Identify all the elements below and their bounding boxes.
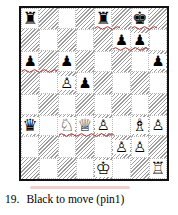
square-d3: ♕	[76, 115, 94, 136]
square-d8	[76, 8, 94, 29]
square-f5	[112, 72, 130, 93]
square-g5	[131, 72, 149, 93]
square-h1: ♖	[149, 158, 167, 179]
chess-board: ♜♜♚♟♟♟♟♟♙♟♛♘♕♙♗♙♙♙♔♖	[21, 8, 167, 179]
square-b5	[39, 72, 57, 93]
square-a1	[21, 158, 39, 179]
square-a4	[21, 94, 39, 115]
square-b8	[39, 8, 57, 29]
square-f3	[112, 115, 130, 136]
piece-black-pawn: ♟	[58, 54, 75, 69]
square-h8	[149, 8, 167, 29]
square-a5	[21, 72, 39, 93]
piece-white-pawn: ♙	[149, 118, 166, 133]
piece-black-rook: ♜	[22, 10, 39, 27]
square-b3	[39, 115, 57, 136]
square-h2	[149, 136, 167, 157]
square-d1	[76, 158, 94, 179]
square-c7	[58, 29, 76, 50]
piece-white-queen: ♕	[76, 117, 93, 134]
square-d4	[76, 94, 94, 115]
piece-white-pawn: ♙	[131, 140, 148, 155]
square-g3: ♗	[131, 115, 149, 136]
caption-text: Black to move (pin1)	[26, 193, 124, 205]
piece-white-bishop: ♗	[131, 117, 148, 134]
square-b4	[39, 94, 57, 115]
square-g8: ♚	[131, 8, 149, 29]
square-c8	[58, 8, 76, 29]
square-e3: ♙	[94, 115, 112, 136]
piece-white-pawn: ♙	[95, 118, 112, 133]
square-e6	[94, 51, 112, 72]
square-c6: ♟	[58, 51, 76, 72]
square-c4	[58, 94, 76, 115]
piece-white-rook: ♖	[149, 160, 166, 177]
square-f8	[112, 8, 130, 29]
square-f6	[112, 51, 130, 72]
square-b6	[39, 51, 57, 72]
square-e8: ♜	[94, 8, 112, 29]
square-c5: ♙	[58, 72, 76, 93]
piece-black-pawn: ♟	[76, 76, 93, 91]
square-e7	[94, 29, 112, 50]
scan-artifact-line	[30, 186, 130, 189]
caption-number: 19.	[5, 193, 19, 205]
square-h4	[149, 94, 167, 115]
square-e1: ♔	[94, 158, 112, 179]
square-h6: ♟	[149, 51, 167, 72]
square-g2: ♙	[131, 136, 149, 157]
square-a3: ♛	[21, 115, 39, 136]
square-b7	[39, 29, 57, 50]
square-c3: ♘	[58, 115, 76, 136]
square-d6	[76, 51, 94, 72]
square-a2	[21, 136, 39, 157]
piece-black-rook: ♜	[95, 10, 112, 27]
page: ♜♜♚♟♟♟♟♟♙♟♛♘♕♙♗♙♙♙♔♖ 19.Black to move (p…	[0, 0, 178, 215]
piece-black-king: ♚	[131, 10, 148, 27]
piece-white-knight: ♘	[58, 117, 75, 134]
diagram-caption: 19.Black to move (pin1)	[5, 193, 175, 205]
piece-black-queen: ♛	[22, 117, 39, 134]
piece-black-pawn: ♟	[113, 33, 130, 48]
square-c2	[58, 136, 76, 157]
square-f4	[112, 94, 130, 115]
piece-white-pawn: ♙	[58, 76, 75, 91]
square-g4	[131, 94, 149, 115]
square-a8: ♜	[21, 8, 39, 29]
square-e4	[94, 94, 112, 115]
square-d5: ♟	[76, 72, 94, 93]
square-b1	[39, 158, 57, 179]
piece-black-pawn: ♟	[131, 33, 148, 48]
piece-white-king: ♔	[95, 160, 112, 177]
square-g1	[131, 158, 149, 179]
square-g6	[131, 51, 149, 72]
square-f2: ♙	[112, 136, 130, 157]
square-a6: ♟	[21, 51, 39, 72]
square-f1	[112, 158, 130, 179]
piece-black-pawn: ♟	[22, 54, 39, 69]
square-h3: ♙	[149, 115, 167, 136]
chess-board-frame: ♜♜♚♟♟♟♟♟♙♟♛♘♕♙♗♙♙♙♔♖	[19, 6, 169, 181]
piece-white-pawn: ♙	[113, 140, 130, 155]
square-a7	[21, 29, 39, 50]
square-d2	[76, 136, 94, 157]
square-d7	[76, 29, 94, 50]
square-b2	[39, 136, 57, 157]
square-e2	[94, 136, 112, 157]
square-g7: ♟	[131, 29, 149, 50]
square-h7	[149, 29, 167, 50]
square-f7: ♟	[112, 29, 130, 50]
square-e5	[94, 72, 112, 93]
piece-black-pawn: ♟	[149, 54, 166, 69]
square-c1	[58, 158, 76, 179]
square-h5	[149, 72, 167, 93]
